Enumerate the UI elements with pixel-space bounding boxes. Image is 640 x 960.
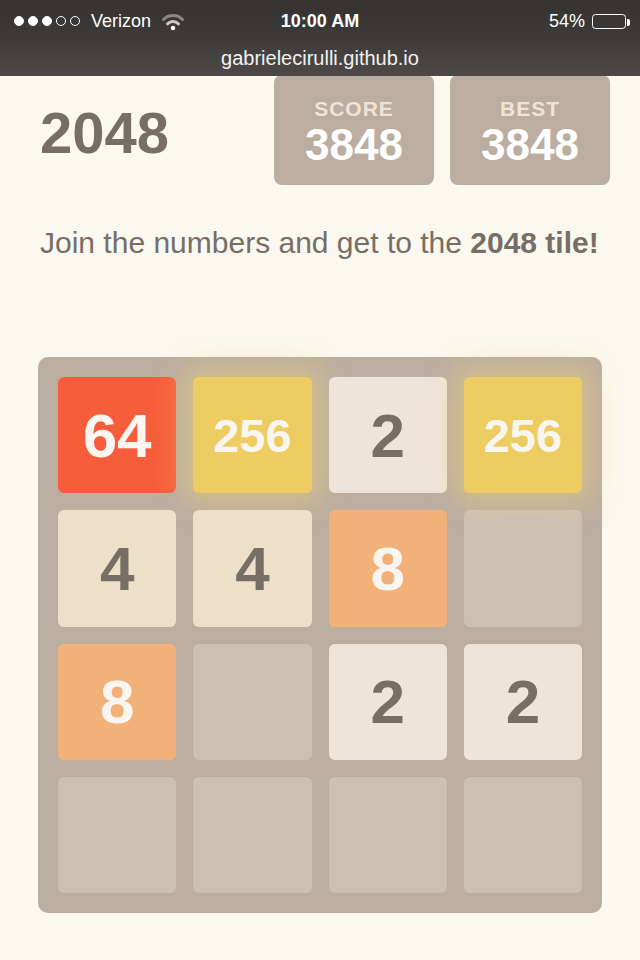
signal-dot [42, 16, 52, 26]
tile-256: 256 [193, 377, 311, 493]
cell-r4c2 [193, 777, 311, 893]
intro-prefix: Join the numbers and get to the [40, 226, 470, 259]
game-title: 2048 [40, 99, 169, 166]
cell-r1c1: 64 [58, 377, 176, 493]
intro-text: Join the numbers and get to the 2048 til… [40, 218, 600, 267]
signal-dot [14, 16, 24, 26]
status-left: Verizon [14, 11, 185, 32]
score-label: SCORE [314, 97, 394, 121]
cell-r3c3: 2 [329, 644, 447, 760]
game-header: 2048 SCORE 3848 BEST 3848 [0, 76, 640, 188]
url-bar[interactable]: gabrielecirulli.github.io [0, 40, 640, 76]
wifi-icon [161, 13, 185, 31]
signal-strength-icon [14, 16, 80, 26]
tile-8: 8 [58, 644, 176, 760]
phone-screen: Verizon 10:00 AM 54% gabrielecirulli.git… [0, 0, 640, 960]
status-right: 54% [549, 11, 626, 32]
signal-dot [28, 16, 38, 26]
cell-r3c1: 8 [58, 644, 176, 760]
best-box: BEST 3848 [450, 75, 610, 185]
cell-r1c2: 256 [193, 377, 311, 493]
score-container: SCORE 3848 BEST 3848 [274, 79, 610, 185]
status-bar: Verizon 10:00 AM 54% [0, 0, 640, 42]
cell-r2c1: 4 [58, 510, 176, 626]
tile-64: 64 [58, 377, 176, 493]
cell-r1c3: 2 [329, 377, 447, 493]
tile-2: 2 [464, 644, 582, 760]
signal-dot [70, 16, 80, 26]
cell-r2c4 [464, 510, 582, 626]
game-board[interactable]: 642562256448822 [38, 357, 602, 913]
battery-nub [627, 19, 630, 26]
best-value: 3848 [481, 121, 579, 169]
cell-r2c2: 4 [193, 510, 311, 626]
cell-r2c3: 8 [329, 510, 447, 626]
tile-2: 2 [329, 377, 447, 493]
cell-r4c3 [329, 777, 447, 893]
battery-icon [592, 14, 626, 29]
tile-4: 4 [193, 510, 311, 626]
url-text[interactable]: gabrielecirulli.github.io [221, 47, 419, 70]
cell-r3c4: 2 [464, 644, 582, 760]
cell-r1c4: 256 [464, 377, 582, 493]
browser-chrome: Verizon 10:00 AM 54% gabrielecirulli.git… [0, 0, 640, 76]
score-box: SCORE 3848 [274, 75, 434, 185]
cell-r3c2 [193, 644, 311, 760]
intro-goal: 2048 tile! [470, 226, 598, 259]
tile-8: 8 [329, 510, 447, 626]
signal-dot [56, 16, 66, 26]
cell-r4c4 [464, 777, 582, 893]
tile-4: 4 [58, 510, 176, 626]
score-value: 3848 [305, 121, 403, 169]
cell-r4c1 [58, 777, 176, 893]
battery-percent: 54% [549, 11, 585, 32]
best-label: BEST [500, 97, 560, 121]
tile-256: 256 [464, 377, 582, 493]
tile-2: 2 [329, 644, 447, 760]
carrier-label: Verizon [91, 11, 151, 32]
